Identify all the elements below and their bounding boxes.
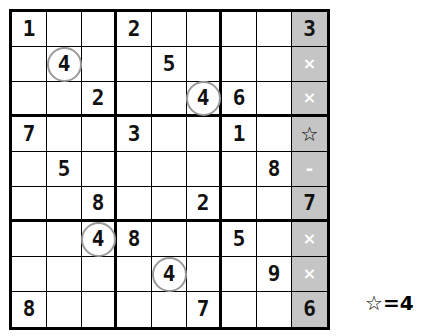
cell-r3c6[interactable]: 4: [187, 82, 222, 117]
given-digit: 2: [92, 88, 105, 109]
cell-r5c4[interactable]: [117, 152, 152, 187]
cell-r2c6[interactable]: [187, 47, 222, 82]
cell-r8c9[interactable]: ×: [292, 257, 327, 292]
cell-r9c6[interactable]: 7: [187, 292, 222, 327]
cell-r2c7[interactable]: [222, 47, 257, 82]
cell-r4c9[interactable]: ☆: [292, 117, 327, 152]
cell-r8c6[interactable]: [187, 257, 222, 292]
cell-r7c4[interactable]: 8: [117, 222, 152, 257]
given-digit: 4: [58, 54, 71, 75]
cell-r1c8[interactable]: [257, 12, 292, 47]
cell-r1c5[interactable]: [152, 12, 187, 47]
cell-r8c5[interactable]: 4: [152, 257, 187, 292]
cell-r3c2[interactable]: [47, 82, 82, 117]
cell-r1c6[interactable]: [187, 12, 222, 47]
cell-r2c2[interactable]: 4: [47, 47, 82, 82]
cell-r9c4[interactable]: [117, 292, 152, 327]
cell-r5c8[interactable]: 8: [257, 152, 292, 187]
given-digit: 8: [23, 299, 36, 320]
given-digit: 5: [163, 54, 176, 75]
cell-r1c7[interactable]: [222, 12, 257, 47]
cell-r3c5[interactable]: [152, 82, 187, 117]
given-digit: 4: [163, 264, 176, 285]
given-digit: 1: [23, 19, 36, 40]
cell-r4c6[interactable]: [187, 117, 222, 152]
sudoku-board: 12345×246×731☆58-827485×49×876: [9, 9, 330, 330]
cell-r5c3[interactable]: [82, 152, 117, 187]
cell-r1c9[interactable]: 3: [292, 12, 327, 47]
cell-r5c1[interactable]: [12, 152, 47, 187]
cell-r6c1[interactable]: [12, 187, 47, 222]
given-digit: 2: [197, 193, 210, 214]
cross-icon: ×: [303, 90, 316, 106]
cell-r7c8[interactable]: [257, 222, 292, 257]
cell-r8c3[interactable]: [82, 257, 117, 292]
given-digit: 7: [23, 124, 36, 145]
given-digit: 8: [268, 159, 281, 180]
cell-r9c5[interactable]: [152, 292, 187, 327]
cell-r1c4[interactable]: 2: [117, 12, 152, 47]
cell-r4c1[interactable]: 7: [12, 117, 47, 152]
cell-r5c6[interactable]: [187, 152, 222, 187]
given-digit: 7: [303, 193, 316, 214]
cell-r6c6[interactable]: 2: [187, 187, 222, 222]
cell-r6c4[interactable]: [117, 187, 152, 222]
cell-r3c1[interactable]: [12, 82, 47, 117]
cell-r7c1[interactable]: [12, 222, 47, 257]
cell-r4c2[interactable]: [47, 117, 82, 152]
cell-r7c6[interactable]: [187, 222, 222, 257]
given-digit: 6: [233, 88, 246, 109]
cell-r6c2[interactable]: [47, 187, 82, 222]
given-digit: 3: [128, 124, 141, 145]
given-digit: 5: [58, 159, 71, 180]
cell-r2c5[interactable]: 5: [152, 47, 187, 82]
cell-r9c9[interactable]: 6: [292, 292, 327, 327]
cell-r4c3[interactable]: [82, 117, 117, 152]
cell-r9c8[interactable]: [257, 292, 292, 327]
cell-r5c9[interactable]: -: [292, 152, 327, 187]
cross-icon: ×: [303, 56, 316, 72]
given-digit: 6: [303, 299, 316, 320]
cell-r4c4[interactable]: 3: [117, 117, 152, 152]
cell-r3c4[interactable]: [117, 82, 152, 117]
star-icon: ☆: [301, 124, 319, 144]
dash-icon: -: [306, 160, 313, 178]
given-digit: 4: [92, 229, 105, 250]
given-digit: 4: [197, 88, 210, 109]
cell-r2c9[interactable]: ×: [292, 47, 327, 82]
star-legend: ☆=4: [365, 291, 414, 315]
cell-r2c3[interactable]: [82, 47, 117, 82]
cell-r9c2[interactable]: [47, 292, 82, 327]
cell-r5c5[interactable]: [152, 152, 187, 187]
cell-r6c8[interactable]: [257, 187, 292, 222]
cell-r9c3[interactable]: [82, 292, 117, 327]
cell-r9c1[interactable]: 8: [12, 292, 47, 327]
cell-r4c8[interactable]: [257, 117, 292, 152]
cell-r1c2[interactable]: [47, 12, 82, 47]
given-digit: 7: [197, 299, 210, 320]
cell-r8c7[interactable]: [222, 257, 257, 292]
cross-icon: ×: [303, 231, 316, 247]
cell-r9c7[interactable]: [222, 292, 257, 327]
sudoku-diagram: 12345×246×731☆58-827485×49×876 ☆=4: [0, 0, 441, 336]
given-digit: 3: [303, 19, 316, 40]
cell-r2c1[interactable]: [12, 47, 47, 82]
cell-r6c9[interactable]: 7: [292, 187, 327, 222]
cell-r1c3[interactable]: [82, 12, 117, 47]
given-digit: 1: [233, 124, 246, 145]
cross-icon: ×: [303, 266, 316, 282]
cell-r4c7[interactable]: 1: [222, 117, 257, 152]
cell-r3c7[interactable]: 6: [222, 82, 257, 117]
given-digit: 2: [128, 19, 141, 40]
cell-r2c8[interactable]: [257, 47, 292, 82]
cell-r4c5[interactable]: [152, 117, 187, 152]
cell-r7c3[interactable]: 4: [82, 222, 117, 257]
cell-r8c8[interactable]: 9: [257, 257, 292, 292]
cell-r2c4[interactable]: [117, 47, 152, 82]
cell-r8c2[interactable]: [47, 257, 82, 292]
cell-r8c1[interactable]: [12, 257, 47, 292]
cell-r7c7[interactable]: 5: [222, 222, 257, 257]
cell-r6c7[interactable]: [222, 187, 257, 222]
given-digit: 5: [233, 229, 246, 250]
given-digit: 8: [92, 193, 105, 214]
cell-r5c2[interactable]: 5: [47, 152, 82, 187]
cell-r6c3[interactable]: 8: [82, 187, 117, 222]
cell-r1c1[interactable]: 1: [12, 12, 47, 47]
cell-r5c7[interactable]: [222, 152, 257, 187]
cell-r3c9[interactable]: ×: [292, 82, 327, 117]
cell-r7c9[interactable]: ×: [292, 222, 327, 257]
given-digit: 8: [128, 229, 141, 250]
cell-r6c5[interactable]: [152, 187, 187, 222]
cell-r7c5[interactable]: [152, 222, 187, 257]
cell-r3c8[interactable]: [257, 82, 292, 117]
cell-r7c2[interactable]: [47, 222, 82, 257]
cell-r3c3[interactable]: 2: [82, 82, 117, 117]
cell-r8c4[interactable]: [117, 257, 152, 292]
given-digit: 9: [268, 264, 281, 285]
